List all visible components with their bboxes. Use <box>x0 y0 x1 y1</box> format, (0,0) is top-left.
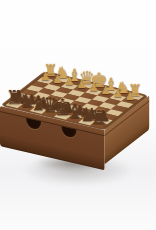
product-photo: ♜♞♝♛♚♝♞♜♟♟♟♟♟♟♟♟♟♟♟♟♟♟♟♟♜♞♝♛♚♝♞♜ <box>0 0 156 230</box>
chess-piece-light-pawn: ♟ <box>53 74 63 85</box>
chess-piece-light-pawn: ♟ <box>101 85 111 96</box>
chess-piece-light-pawn: ♟ <box>89 82 99 93</box>
chess-piece-light-pawn: ♟ <box>40 71 50 82</box>
chess-piece-light-pawn: ♟ <box>65 77 75 88</box>
chess-piece-dark-rook: ♜ <box>90 108 107 127</box>
chess-piece-light-pawn: ♟ <box>125 91 135 102</box>
chess-piece-light-pawn: ♟ <box>113 88 123 99</box>
chess-piece-light-pawn: ♟ <box>77 80 87 91</box>
